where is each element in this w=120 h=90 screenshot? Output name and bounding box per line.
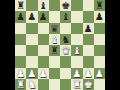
square-e3[interactable]: [60, 56, 71, 67]
white-pawn-piece[interactable]: ♟: [72, 68, 81, 79]
square-a3[interactable]: [15, 56, 26, 67]
square-d2[interactable]: [49, 68, 60, 79]
black-rook-piece[interactable]: ♜: [95, 0, 104, 11]
square-h5[interactable]: [94, 34, 105, 45]
square-a2[interactable]: ♟: [15, 68, 26, 79]
square-b6[interactable]: [26, 23, 37, 34]
white-pawn-piece[interactable]: ♟: [16, 68, 25, 79]
black-bishop-piece[interactable]: ♝: [39, 0, 48, 11]
chess-board: ♜♝♚♜♟♟♟♝♟♛♟♝♞♜♛♝♟♟♟♟♟♟♜♞♜♚: [15, 0, 105, 90]
square-d4[interactable]: ♜: [49, 45, 60, 56]
square-a5[interactable]: [15, 34, 26, 45]
square-a1[interactable]: ♜: [15, 79, 26, 90]
white-rook-piece[interactable]: ♜: [16, 79, 25, 90]
square-d8[interactable]: [49, 0, 60, 11]
square-h1[interactable]: [94, 79, 105, 90]
square-f8[interactable]: [71, 0, 82, 11]
square-c7[interactable]: ♟: [38, 11, 49, 22]
square-f6[interactable]: [71, 23, 82, 34]
square-g1[interactable]: ♚: [83, 79, 94, 90]
square-b5[interactable]: [26, 34, 37, 45]
square-f4[interactable]: ♝: [71, 45, 82, 56]
square-f1[interactable]: ♜: [71, 79, 82, 90]
square-e2[interactable]: [60, 68, 71, 79]
black-bishop-piece[interactable]: ♝: [61, 11, 70, 22]
square-c6[interactable]: [38, 23, 49, 34]
square-h8[interactable]: ♜: [94, 0, 105, 11]
square-c3[interactable]: [38, 56, 49, 67]
square-a6[interactable]: [15, 23, 26, 34]
white-pawn-piece[interactable]: ♟: [27, 68, 36, 79]
black-queen-piece[interactable]: ♛: [50, 23, 59, 34]
white-knight-piece[interactable]: ♞: [27, 79, 36, 90]
square-e6[interactable]: [60, 23, 71, 34]
square-g4[interactable]: [83, 45, 94, 56]
square-e4[interactable]: ♛: [60, 45, 71, 56]
white-rook-piece[interactable]: ♜: [72, 79, 81, 90]
square-g5[interactable]: [83, 34, 94, 45]
square-c2[interactable]: ♟: [38, 68, 49, 79]
square-a4[interactable]: [15, 45, 26, 56]
square-c5[interactable]: [38, 34, 49, 45]
white-pawn-piece[interactable]: ♟: [84, 68, 93, 79]
square-h6[interactable]: [94, 23, 105, 34]
black-king-piece[interactable]: ♚: [61, 0, 70, 11]
square-e1[interactable]: [60, 79, 71, 90]
square-h2[interactable]: ♟: [94, 68, 105, 79]
white-queen-piece[interactable]: ♛: [61, 45, 70, 56]
square-f7[interactable]: [71, 11, 82, 22]
square-e8[interactable]: ♚: [60, 0, 71, 11]
square-b3[interactable]: [26, 56, 37, 67]
black-rook-piece[interactable]: ♜: [50, 45, 59, 56]
square-d7[interactable]: [49, 11, 60, 22]
white-king-piece[interactable]: ♚: [84, 79, 93, 90]
square-d6[interactable]: ♛: [49, 23, 60, 34]
square-e5[interactable]: ♞: [60, 34, 71, 45]
black-knight-piece[interactable]: ♞: [61, 34, 70, 45]
square-f5[interactable]: [71, 34, 82, 45]
square-g2[interactable]: ♟: [83, 68, 94, 79]
square-h3[interactable]: [94, 56, 105, 67]
square-d5[interactable]: ♝: [49, 34, 60, 45]
white-bishop-piece[interactable]: ♝: [50, 34, 59, 45]
square-c4[interactable]: [38, 45, 49, 56]
black-pawn-piece[interactable]: ♟: [95, 11, 104, 22]
square-b4[interactable]: [26, 45, 37, 56]
square-b2[interactable]: ♟: [26, 68, 37, 79]
square-f3[interactable]: [71, 56, 82, 67]
black-pawn-piece[interactable]: ♟: [84, 23, 93, 34]
square-a7[interactable]: ♟: [15, 11, 26, 22]
square-f2[interactable]: ♟: [71, 68, 82, 79]
square-g8[interactable]: [83, 0, 94, 11]
square-c8[interactable]: ♝: [38, 0, 49, 11]
black-pawn-piece[interactable]: ♟: [16, 11, 25, 22]
black-pawn-piece[interactable]: ♟: [27, 11, 36, 22]
white-pawn-piece[interactable]: ♟: [39, 68, 48, 79]
square-d1[interactable]: [49, 79, 60, 90]
square-h4[interactable]: [94, 45, 105, 56]
square-e7[interactable]: ♝: [60, 11, 71, 22]
square-g3[interactable]: [83, 56, 94, 67]
white-bishop-piece[interactable]: ♝: [72, 45, 81, 56]
square-c1[interactable]: [38, 79, 49, 90]
square-g6[interactable]: ♟: [83, 23, 94, 34]
square-h7[interactable]: ♟: [94, 11, 105, 22]
square-g7[interactable]: [83, 11, 94, 22]
square-d3[interactable]: [49, 56, 60, 67]
letterbox-background: ♜♝♚♜♟♟♟♝♟♛♟♝♞♜♛♝♟♟♟♟♟♟♜♞♜♚: [0, 0, 120, 90]
white-pawn-piece[interactable]: ♟: [95, 68, 104, 79]
square-a8[interactable]: ♜: [15, 0, 26, 11]
square-b8[interactable]: [26, 0, 37, 11]
square-b1[interactable]: ♞: [26, 79, 37, 90]
square-b7[interactable]: ♟: [26, 11, 37, 22]
black-rook-piece[interactable]: ♜: [16, 0, 25, 11]
black-pawn-piece[interactable]: ♟: [39, 11, 48, 22]
